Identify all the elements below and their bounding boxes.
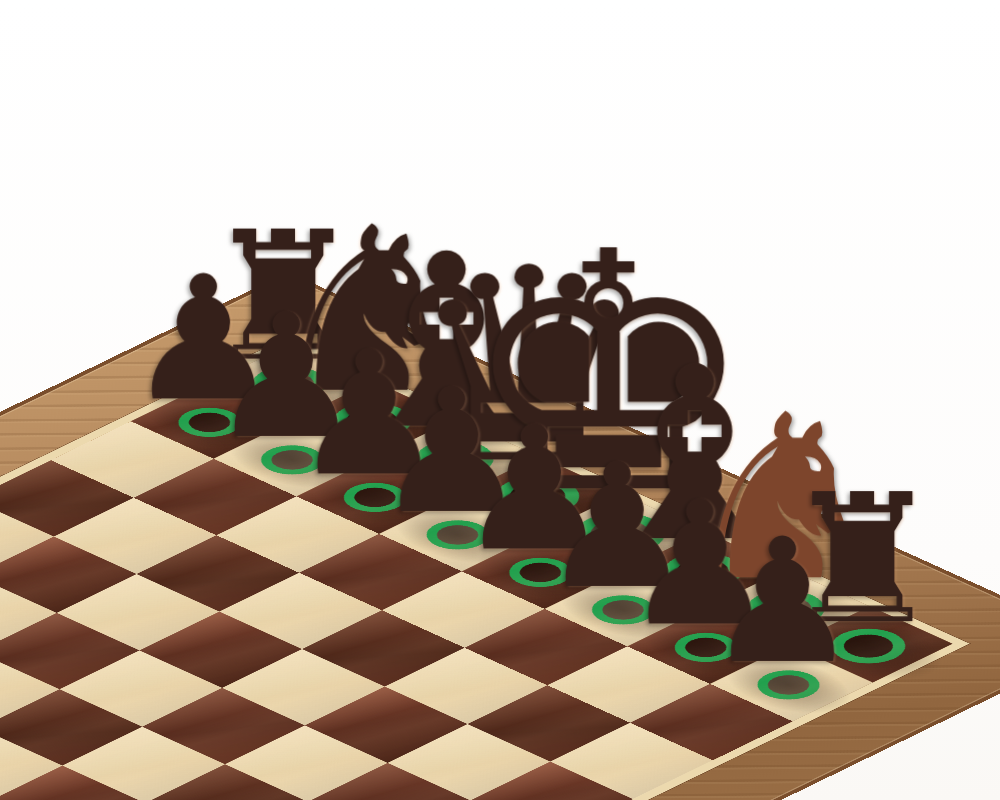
chess-board: ♜♞♝♛♚♝♞♜♟♟♟♟♟♟♟♟	[0, 272, 1000, 800]
backdrop: ♜♞♝♛♚♝♞♜♟♟♟♟♟♟♟♟	[0, 0, 1000, 800]
piece-pawn-h7[interactable]: ♟	[592, 516, 972, 688]
playing-area: ♜♞♝♛♚♝♞♜♟♟♟♟♟♟♟♟	[0, 336, 969, 800]
pawn-glyph: ♟	[705, 516, 859, 688]
